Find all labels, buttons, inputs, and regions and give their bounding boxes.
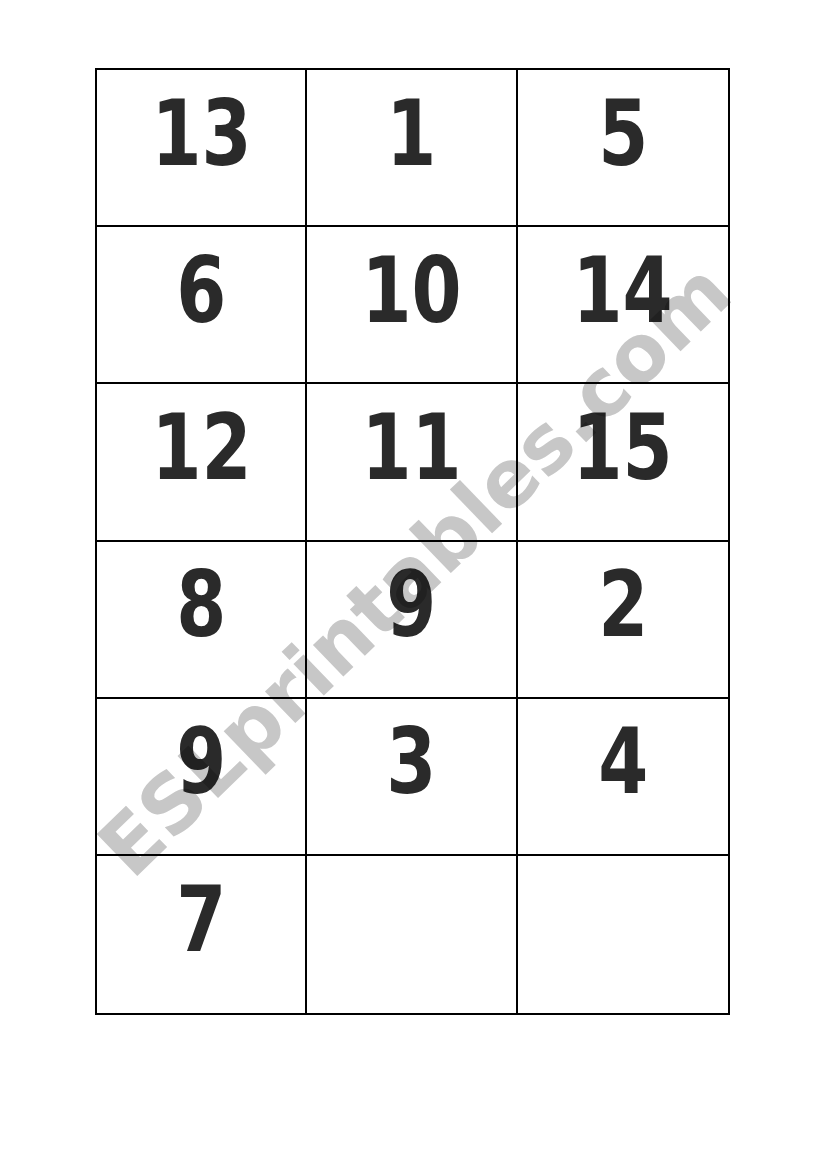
card-number: 1 [386, 89, 436, 179]
card-cell-r3c2: 11 [307, 384, 517, 541]
card-cell-r4c2: 9 [307, 542, 517, 699]
card-cell-r5c3: 4 [518, 699, 728, 856]
number-card-grid: 1315610141211158929347 [95, 68, 730, 1015]
card-number: 7 [176, 875, 226, 965]
card-cell-r4c3: 2 [518, 542, 728, 699]
card-number: 8 [176, 560, 226, 650]
card-cell-r1c2: 1 [307, 70, 517, 227]
card-cell-r5c1: 9 [97, 699, 307, 856]
card-number: 4 [598, 717, 648, 807]
card-cell-r3c1: 12 [97, 384, 307, 541]
worksheet-page: 1315610141211158929347 ESLprintables.com [0, 0, 826, 1169]
card-cell-r5c2: 3 [307, 699, 517, 856]
card-number: 13 [151, 89, 251, 179]
card-number: 12 [151, 403, 251, 493]
card-cell-r6c1: 7 [97, 856, 307, 1013]
card-cell-r2c1: 6 [97, 227, 307, 384]
card-number: 10 [361, 246, 461, 336]
card-number: 14 [573, 246, 673, 336]
card-cell-r3c3: 15 [518, 384, 728, 541]
card-cell-r6c3 [518, 856, 728, 1013]
card-cell-r2c2: 10 [307, 227, 517, 384]
card-number: 3 [386, 717, 436, 807]
card-cell-r4c1: 8 [97, 542, 307, 699]
card-cell-r1c3: 5 [518, 70, 728, 227]
card-number: 5 [598, 89, 648, 179]
card-number: 6 [176, 246, 226, 336]
card-number: 2 [598, 560, 648, 650]
card-number: 9 [176, 717, 226, 807]
card-number: 11 [361, 403, 461, 493]
card-cell-r2c3: 14 [518, 227, 728, 384]
card-number: 15 [573, 403, 673, 493]
card-number: 9 [386, 560, 436, 650]
card-cell-r6c2 [307, 856, 517, 1013]
card-cell-r1c1: 13 [97, 70, 307, 227]
